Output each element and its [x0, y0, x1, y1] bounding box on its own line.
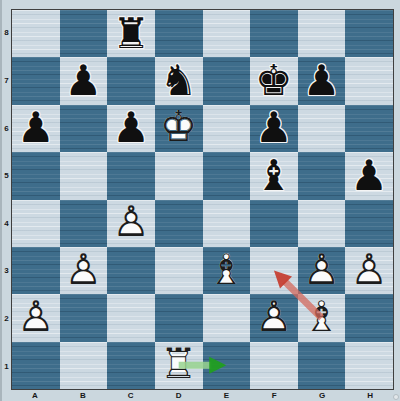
square-e2[interactable]	[203, 294, 251, 341]
white-pawn-a2[interactable]: ♟♙	[12, 294, 60, 341]
square-d6[interactable]: ♚♔	[155, 105, 203, 152]
square-f1[interactable]	[250, 342, 298, 389]
piece-glyph-outline: ♙	[112, 201, 150, 243]
square-b1[interactable]	[60, 342, 108, 389]
chess-app-window: ♜♟♞♚♟♟♟♚♔♟♝♟♟♙♟♙♝♗♟♙♟♙♟♙♟♙♝♗♜♖ 87654321 …	[0, 0, 400, 401]
square-d1[interactable]: ♜♖	[155, 342, 203, 389]
square-h6[interactable]	[345, 105, 393, 152]
file-label-e: E	[203, 390, 251, 401]
square-g6[interactable]	[298, 105, 346, 152]
square-f4[interactable]	[250, 200, 298, 247]
white-bishop-g2[interactable]: ♝♗	[298, 294, 346, 341]
white-pawn-g3[interactable]: ♟♙	[298, 247, 346, 294]
square-h4[interactable]	[345, 200, 393, 247]
black-pawn-c6[interactable]: ♟	[107, 105, 155, 152]
square-d2[interactable]	[155, 294, 203, 341]
square-f2[interactable]: ♟♙	[250, 294, 298, 341]
square-d4[interactable]	[155, 200, 203, 247]
file-label-b: B	[59, 390, 107, 401]
square-c8[interactable]: ♜	[107, 10, 155, 57]
white-pawn-b3[interactable]: ♟♙	[60, 247, 108, 294]
black-bishop-f5[interactable]: ♝	[250, 152, 298, 199]
square-b7[interactable]: ♟	[60, 57, 108, 104]
square-a8[interactable]	[12, 10, 60, 57]
square-a2[interactable]: ♟♙	[12, 294, 60, 341]
rank-label-3: 3	[2, 247, 11, 295]
black-pawn-a6[interactable]: ♟	[12, 105, 60, 152]
square-e3[interactable]: ♝♗	[203, 247, 251, 294]
square-e1[interactable]	[203, 342, 251, 389]
rank-label-7: 7	[2, 57, 11, 105]
square-h5[interactable]: ♟	[345, 152, 393, 199]
white-bishop-e3[interactable]: ♝♗	[203, 247, 251, 294]
square-c1[interactable]	[107, 342, 155, 389]
square-b3[interactable]: ♟♙	[60, 247, 108, 294]
square-d5[interactable]	[155, 152, 203, 199]
piece-glyph-outline: ♙	[65, 249, 103, 291]
square-f5[interactable]: ♝	[250, 152, 298, 199]
square-a5[interactable]	[12, 152, 60, 199]
square-c5[interactable]	[107, 152, 155, 199]
square-c6[interactable]: ♟	[107, 105, 155, 152]
file-label-f: F	[250, 390, 298, 401]
square-g5[interactable]	[298, 152, 346, 199]
square-c3[interactable]	[107, 247, 155, 294]
black-pawn-g7[interactable]: ♟	[298, 57, 346, 104]
white-rook-d1[interactable]: ♜♖	[155, 342, 203, 389]
square-a3[interactable]	[12, 247, 60, 294]
piece-glyph-outline: ♙	[255, 296, 293, 338]
square-g2[interactable]: ♝♗	[298, 294, 346, 341]
square-g1[interactable]	[298, 342, 346, 389]
square-h8[interactable]	[345, 10, 393, 57]
rank-label-8: 8	[2, 9, 11, 57]
square-b8[interactable]	[60, 10, 108, 57]
file-label-c: C	[107, 390, 155, 401]
piece-glyph-outline: ♙	[303, 249, 341, 291]
file-label-g: G	[298, 390, 346, 401]
square-e8[interactable]	[203, 10, 251, 57]
rank-label-1: 1	[2, 342, 11, 390]
resize-handle-dot	[393, 394, 399, 400]
square-g4[interactable]	[298, 200, 346, 247]
file-labels: ABCDEFGH	[11, 390, 394, 401]
black-knight-d7[interactable]: ♞	[155, 57, 203, 104]
black-pawn-h5[interactable]: ♟	[345, 152, 393, 199]
square-d8[interactable]	[155, 10, 203, 57]
square-h3[interactable]: ♟♙	[345, 247, 393, 294]
piece-glyph-outline: ♖	[160, 343, 198, 385]
square-h7[interactable]	[345, 57, 393, 104]
black-rook-c8[interactable]: ♜	[107, 10, 155, 57]
piece-glyph-outline: ♗	[207, 249, 245, 291]
black-pawn-b7[interactable]: ♟	[60, 57, 108, 104]
square-h2[interactable]	[345, 294, 393, 341]
white-king-d6[interactable]: ♚♔	[155, 105, 203, 152]
square-f7[interactable]: ♚	[250, 57, 298, 104]
square-g3[interactable]: ♟♙	[298, 247, 346, 294]
square-e7[interactable]	[203, 57, 251, 104]
square-b4[interactable]	[60, 200, 108, 247]
piece-glyph-outline: ♙	[17, 296, 55, 338]
rank-labels: 87654321	[2, 9, 11, 390]
rank-label-4: 4	[2, 200, 11, 248]
square-b2[interactable]	[60, 294, 108, 341]
file-label-d: D	[155, 390, 203, 401]
square-c2[interactable]	[107, 294, 155, 341]
square-e6[interactable]	[203, 105, 251, 152]
square-f6[interactable]: ♟	[250, 105, 298, 152]
piece-glyph-outline: ♗	[303, 296, 341, 338]
square-b5[interactable]	[60, 152, 108, 199]
file-label-a: A	[11, 390, 59, 401]
square-b6[interactable]	[60, 105, 108, 152]
square-g7[interactable]: ♟	[298, 57, 346, 104]
square-d7[interactable]: ♞	[155, 57, 203, 104]
square-a4[interactable]	[12, 200, 60, 247]
rank-label-5: 5	[2, 152, 11, 200]
square-a7[interactable]	[12, 57, 60, 104]
black-pawn-f6[interactable]: ♟	[250, 105, 298, 152]
square-c4[interactable]: ♟♙	[107, 200, 155, 247]
square-f8[interactable]	[250, 10, 298, 57]
piece-glyph-outline: ♔	[160, 107, 198, 149]
square-h1[interactable]	[345, 342, 393, 389]
square-a6[interactable]: ♟	[12, 105, 60, 152]
square-f3[interactable]	[250, 247, 298, 294]
square-e5[interactable]	[203, 152, 251, 199]
white-pawn-h3[interactable]: ♟♙	[345, 247, 393, 294]
white-pawn-f2[interactable]: ♟♙	[250, 294, 298, 341]
chessboard[interactable]: ♜♟♞♚♟♟♟♚♔♟♝♟♟♙♟♙♝♗♟♙♟♙♟♙♟♙♝♗♜♖	[11, 9, 394, 390]
square-g8[interactable]	[298, 10, 346, 57]
white-pawn-c4[interactable]: ♟♙	[107, 200, 155, 247]
rank-label-2: 2	[2, 295, 11, 343]
rank-label-6: 6	[2, 104, 11, 152]
black-king-f7[interactable]: ♚	[250, 57, 298, 104]
square-e4[interactable]	[203, 200, 251, 247]
square-c7[interactable]	[107, 57, 155, 104]
square-a1[interactable]	[12, 342, 60, 389]
square-d3[interactable]	[155, 247, 203, 294]
piece-glyph-outline: ♙	[350, 249, 388, 291]
file-label-h: H	[346, 390, 394, 401]
